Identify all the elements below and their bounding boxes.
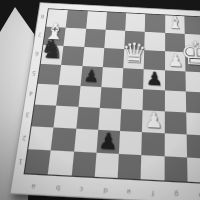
file-label-b: b bbox=[45, 178, 70, 194]
file-label-e: e bbox=[117, 182, 141, 198]
file-label-h: h bbox=[188, 185, 200, 200]
chess-board: ♝♝♞♛♟♚♟♟♟♟ abcdefgh 87654321 bbox=[9, 2, 200, 200]
piece-black-pawn-c5[interactable]: ♟ bbox=[83, 68, 99, 85]
file-label-g: g bbox=[165, 184, 189, 200]
piece-white-pawn-f3[interactable]: ♟ bbox=[144, 110, 163, 132]
file-label-c: c bbox=[69, 179, 94, 195]
file-label-f: f bbox=[141, 183, 165, 199]
piece-white-king-h6[interactable]: ♚ bbox=[180, 37, 200, 71]
file-label-a: a bbox=[21, 177, 47, 193]
piece-black-pawn-f5[interactable]: ♟ bbox=[146, 69, 163, 88]
piece-black-pawn-d2[interactable]: ♟ bbox=[98, 129, 118, 152]
piece-white-bishop-g8[interactable]: ♝ bbox=[167, 14, 184, 32]
photo-stage: ♝♝♞♛♟♚♟♟♟♟ abcdefgh 87654321 bbox=[0, 0, 200, 200]
pieces-layer: ♝♝♞♛♟♚♟♟♟♟ bbox=[24, 8, 200, 184]
file-label-d: d bbox=[93, 180, 118, 196]
piece-white-queen-e6[interactable]: ♛ bbox=[121, 39, 148, 67]
